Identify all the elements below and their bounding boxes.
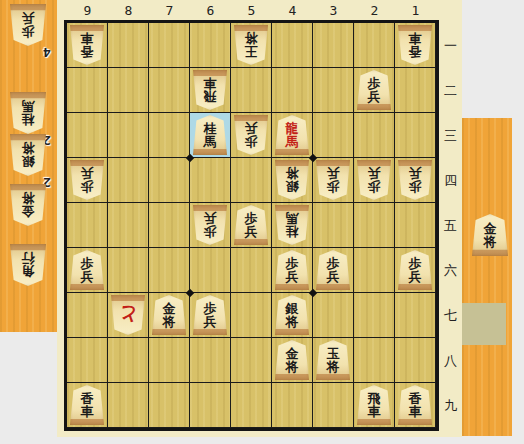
square-3-5[interactable] bbox=[313, 203, 354, 248]
square-9-3[interactable] bbox=[67, 113, 108, 158]
piece-gote-tokin[interactable]: と bbox=[111, 295, 145, 335]
square-7-6[interactable] bbox=[149, 248, 190, 293]
piece-sente-lance[interactable]: 香車 bbox=[70, 385, 104, 425]
square-2-4[interactable]: 歩兵 bbox=[354, 158, 395, 203]
rank-labels: 一二三四五六七八九 bbox=[439, 23, 462, 428]
square-5-1[interactable]: 王将 bbox=[231, 23, 272, 68]
piece-gote-lance[interactable]: 香車 bbox=[70, 25, 104, 65]
square-9-9[interactable]: 香車 bbox=[67, 383, 108, 428]
square-3-3[interactable] bbox=[313, 113, 354, 158]
square-9-8[interactable] bbox=[67, 338, 108, 383]
square-4-3[interactable]: 龍馬 bbox=[272, 113, 313, 158]
square-7-3[interactable] bbox=[149, 113, 190, 158]
file-label-5: 5 bbox=[231, 0, 272, 20]
rank-label-5: 五 bbox=[439, 203, 462, 248]
square-3-6[interactable]: 歩兵 bbox=[313, 248, 354, 293]
piece-gote-pawn[interactable]: 歩兵 bbox=[10, 4, 46, 46]
piece-gote-pawn[interactable]: 歩兵 bbox=[70, 160, 104, 200]
square-1-7[interactable] bbox=[395, 293, 436, 338]
square-3-2[interactable] bbox=[313, 68, 354, 113]
piece-sente-rook[interactable]: 飛車 bbox=[357, 385, 391, 425]
gote-hand-pawn[interactable]: 歩兵4 bbox=[9, 4, 47, 48]
square-5-7[interactable] bbox=[231, 293, 272, 338]
file-label-4: 4 bbox=[272, 0, 313, 20]
square-8-4[interactable] bbox=[108, 158, 149, 203]
gote-hand-bishop[interactable]: 角行 bbox=[9, 244, 47, 288]
square-7-7[interactable]: 金将 bbox=[149, 293, 190, 338]
gote-hand-gold[interactable]: 金将 bbox=[9, 184, 47, 228]
rank-label-6: 六 bbox=[439, 248, 462, 293]
square-5-2[interactable] bbox=[231, 68, 272, 113]
shogi-board: 香車王将香車飛車歩兵桂馬歩兵龍馬歩兵銀将歩兵歩兵歩兵歩兵歩兵桂馬歩兵歩兵歩兵歩兵… bbox=[64, 20, 439, 431]
piece-sente-pawn[interactable]: 歩兵 bbox=[234, 205, 268, 245]
piece-sente-gold[interactable]: 金将 bbox=[275, 340, 309, 380]
square-2-5[interactable] bbox=[354, 203, 395, 248]
square-5-5[interactable]: 歩兵 bbox=[231, 203, 272, 248]
square-1-4[interactable]: 歩兵 bbox=[395, 158, 436, 203]
piece-sente-lance[interactable]: 香車 bbox=[398, 385, 432, 425]
square-7-8[interactable] bbox=[149, 338, 190, 383]
piece-gote-pawn[interactable]: 歩兵 bbox=[193, 205, 227, 245]
piece-sente-promoted-bishop[interactable]: 龍馬 bbox=[275, 115, 309, 155]
square-6-6[interactable] bbox=[190, 248, 231, 293]
square-4-5[interactable]: 桂馬 bbox=[272, 203, 313, 248]
square-2-1[interactable] bbox=[354, 23, 395, 68]
square-5-4[interactable] bbox=[231, 158, 272, 203]
piece-sente-knight[interactable]: 桂馬 bbox=[193, 115, 227, 155]
piece-gote-knight[interactable]: 桂馬 bbox=[275, 205, 309, 245]
square-6-7[interactable]: 歩兵 bbox=[190, 293, 231, 338]
piece-gote-king[interactable]: 王将 bbox=[234, 25, 268, 65]
square-5-8[interactable] bbox=[231, 338, 272, 383]
square-7-4[interactable] bbox=[149, 158, 190, 203]
piece-gote-pawn[interactable]: 歩兵 bbox=[357, 160, 391, 200]
square-7-1[interactable] bbox=[149, 23, 190, 68]
piece-sente-king[interactable]: 玉将 bbox=[316, 340, 350, 380]
square-3-4[interactable]: 歩兵 bbox=[313, 158, 354, 203]
square-1-6[interactable]: 歩兵 bbox=[395, 248, 436, 293]
square-8-1[interactable] bbox=[108, 23, 149, 68]
rank-label-7: 七 bbox=[439, 293, 462, 338]
piece-sente-gold[interactable]: 金将 bbox=[152, 295, 186, 335]
square-6-5[interactable]: 歩兵 bbox=[190, 203, 231, 248]
board-grid: 香車王将香車飛車歩兵桂馬歩兵龍馬歩兵銀将歩兵歩兵歩兵歩兵歩兵桂馬歩兵歩兵歩兵歩兵… bbox=[67, 23, 436, 428]
square-2-7[interactable] bbox=[354, 293, 395, 338]
square-8-9[interactable] bbox=[108, 383, 149, 428]
file-label-6: 6 bbox=[190, 0, 231, 20]
square-9-5[interactable] bbox=[67, 203, 108, 248]
square-7-9[interactable] bbox=[149, 383, 190, 428]
square-7-2[interactable] bbox=[149, 68, 190, 113]
piece-sente-pawn[interactable]: 歩兵 bbox=[70, 250, 104, 290]
square-9-6[interactable]: 歩兵 bbox=[67, 248, 108, 293]
file-labels: 987654321 bbox=[67, 0, 436, 20]
file-label-7: 7 bbox=[149, 0, 190, 20]
piece-sente-pawn[interactable]: 歩兵 bbox=[316, 250, 350, 290]
square-4-7[interactable]: 銀将 bbox=[272, 293, 313, 338]
square-2-3[interactable] bbox=[354, 113, 395, 158]
square-3-1[interactable] bbox=[313, 23, 354, 68]
file-label-2: 2 bbox=[354, 0, 395, 20]
square-3-8[interactable]: 玉将 bbox=[313, 338, 354, 383]
square-1-1[interactable]: 香車 bbox=[395, 23, 436, 68]
square-1-8[interactable] bbox=[395, 338, 436, 383]
square-8-7[interactable]: と bbox=[108, 293, 149, 338]
piece-gote-pawn[interactable]: 歩兵 bbox=[316, 160, 350, 200]
square-2-9[interactable]: 飛車 bbox=[354, 383, 395, 428]
piece-sente-silver[interactable]: 銀将 bbox=[275, 295, 309, 335]
piece-gote-silver[interactable]: 銀将 bbox=[275, 160, 309, 200]
square-3-7[interactable] bbox=[313, 293, 354, 338]
square-4-2[interactable] bbox=[272, 68, 313, 113]
rank-label-8: 八 bbox=[439, 338, 462, 383]
piece-gote-knight[interactable]: 桂馬 bbox=[10, 92, 46, 134]
square-6-8[interactable] bbox=[190, 338, 231, 383]
square-1-5[interactable] bbox=[395, 203, 436, 248]
square-9-1[interactable]: 香車 bbox=[67, 23, 108, 68]
square-9-7[interactable] bbox=[67, 293, 108, 338]
square-3-9[interactable] bbox=[313, 383, 354, 428]
square-6-9[interactable] bbox=[190, 383, 231, 428]
square-9-2[interactable] bbox=[67, 68, 108, 113]
square-1-9[interactable]: 香車 bbox=[395, 383, 436, 428]
square-6-3[interactable]: 桂馬 bbox=[190, 113, 231, 158]
sente-hand-tray: 金将 bbox=[462, 118, 512, 436]
rank-label-2: 二 bbox=[439, 68, 462, 113]
square-5-6[interactable] bbox=[231, 248, 272, 293]
piece-sente-gold[interactable]: 金将 bbox=[472, 214, 508, 256]
file-label-1: 1 bbox=[395, 0, 436, 20]
file-label-9: 9 bbox=[67, 0, 108, 20]
square-6-1[interactable] bbox=[190, 23, 231, 68]
piece-sente-pawn[interactable]: 歩兵 bbox=[357, 70, 391, 110]
square-4-1[interactable] bbox=[272, 23, 313, 68]
square-6-4[interactable] bbox=[190, 158, 231, 203]
hand-count-badge: 4 bbox=[43, 45, 51, 60]
square-7-5[interactable] bbox=[149, 203, 190, 248]
square-4-8[interactable]: 金将 bbox=[272, 338, 313, 383]
piece-gote-pawn[interactable]: 歩兵 bbox=[398, 160, 432, 200]
rank-label-3: 三 bbox=[439, 113, 462, 158]
square-5-9[interactable] bbox=[231, 383, 272, 428]
square-8-2[interactable] bbox=[108, 68, 149, 113]
shogi-app: 歩兵4桂馬2銀将2金将角行 987654321 香車王将香車飛車歩兵桂馬歩兵龍馬… bbox=[0, 0, 524, 444]
rank-label-4: 四 bbox=[439, 158, 462, 203]
square-1-3[interactable] bbox=[395, 113, 436, 158]
piece-sente-pawn[interactable]: 歩兵 bbox=[193, 295, 227, 335]
rank-label-1: 一 bbox=[439, 23, 462, 68]
gote-hand-tray: 歩兵4桂馬2銀将2金将角行 bbox=[0, 0, 57, 332]
piece-sente-pawn[interactable]: 歩兵 bbox=[398, 250, 432, 290]
square-8-3[interactable] bbox=[108, 113, 149, 158]
square-6-2[interactable]: 飛車 bbox=[190, 68, 231, 113]
square-1-2[interactable] bbox=[395, 68, 436, 113]
square-4-4[interactable]: 銀将 bbox=[272, 158, 313, 203]
sente-hand-gold[interactable]: 金将 bbox=[471, 214, 509, 258]
gote-hand-knight[interactable]: 桂馬2 bbox=[9, 92, 47, 136]
square-4-6[interactable]: 歩兵 bbox=[272, 248, 313, 293]
piece-sente-pawn[interactable]: 歩兵 bbox=[275, 250, 309, 290]
square-2-8[interactable] bbox=[354, 338, 395, 383]
square-2-2[interactable]: 歩兵 bbox=[354, 68, 395, 113]
square-8-6[interactable] bbox=[108, 248, 149, 293]
piece-gote-pawn[interactable]: 歩兵 bbox=[234, 115, 268, 155]
square-2-6[interactable] bbox=[354, 248, 395, 293]
piece-gote-rook[interactable]: 飛車 bbox=[193, 70, 227, 110]
piece-gote-bishop[interactable]: 角行 bbox=[10, 244, 46, 286]
square-4-9[interactable] bbox=[272, 383, 313, 428]
file-label-3: 3 bbox=[313, 0, 354, 20]
gote-hand-silver[interactable]: 銀将2 bbox=[9, 134, 47, 178]
rank-label-9: 九 bbox=[439, 383, 462, 428]
square-8-8[interactable] bbox=[108, 338, 149, 383]
square-5-3[interactable]: 歩兵 bbox=[231, 113, 272, 158]
piece-gote-gold[interactable]: 金将 bbox=[10, 184, 46, 226]
square-9-4[interactable]: 歩兵 bbox=[67, 158, 108, 203]
piece-gote-silver[interactable]: 銀将 bbox=[10, 134, 46, 176]
file-label-8: 8 bbox=[108, 0, 149, 20]
piece-gote-lance[interactable]: 香車 bbox=[398, 25, 432, 65]
square-8-5[interactable] bbox=[108, 203, 149, 248]
sente-hand-selected-slot[interactable] bbox=[462, 303, 506, 345]
